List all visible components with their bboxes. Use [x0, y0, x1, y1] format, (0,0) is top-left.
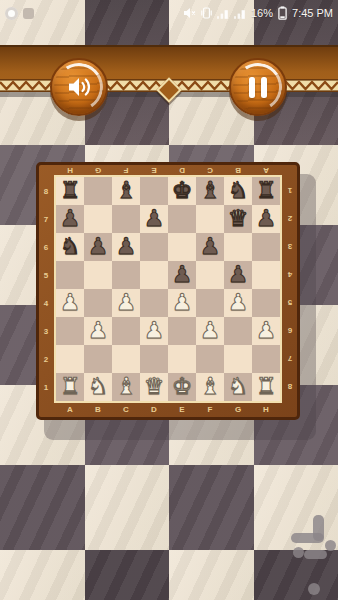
square-h1[interactable]: ♜	[252, 373, 280, 401]
piece-white-queen: ♛	[144, 375, 165, 398]
square-g5[interactable]: ♟	[224, 261, 252, 289]
watermark-logo	[325, 540, 336, 551]
piece-white-pawn: ♟	[144, 319, 165, 342]
piece-black-pawn: ♟	[116, 235, 137, 258]
square-c8[interactable]: ♝	[112, 177, 140, 205]
square-g8[interactable]: ♞	[224, 177, 252, 205]
square-a1[interactable]: ♜	[56, 373, 84, 401]
coord-label: A	[56, 404, 84, 415]
piece-white-knight: ♞	[228, 375, 249, 398]
square-b1[interactable]: ♞	[84, 373, 112, 401]
piece-black-bishop: ♝	[116, 179, 137, 202]
coord-label: 5	[39, 261, 53, 289]
signal-icon	[217, 8, 229, 19]
square-h2[interactable]	[252, 345, 280, 373]
square-a5[interactable]	[56, 261, 84, 289]
square-g6[interactable]	[224, 233, 252, 261]
coord-label: 3	[283, 233, 297, 261]
coord-label: G	[224, 404, 252, 415]
floor-tile-light	[169, 550, 254, 600]
piece-black-pawn: ♟	[88, 235, 109, 258]
coord-label: D	[140, 404, 168, 415]
signal-icon	[234, 8, 246, 19]
square-b7[interactable]	[84, 205, 112, 233]
watermark-logo	[308, 583, 320, 595]
piece-black-bishop: ♝	[200, 179, 221, 202]
piece-black-pawn: ♟	[144, 207, 165, 230]
square-h7[interactable]: ♟	[252, 205, 280, 233]
piece-white-pawn: ♟	[228, 291, 249, 314]
piece-black-knight: ♞	[60, 235, 81, 258]
pause-button[interactable]	[229, 58, 287, 116]
rank-labels-right: 87654321	[283, 177, 297, 401]
coord-label: 8	[283, 373, 297, 401]
square-b3[interactable]: ♟	[84, 317, 112, 345]
square-d7[interactable]: ♟	[140, 205, 168, 233]
square-d2[interactable]	[140, 345, 168, 373]
square-e5[interactable]: ♟	[168, 261, 196, 289]
status-bar: 16% 7:45 PM	[0, 0, 338, 26]
square-d4[interactable]	[140, 289, 168, 317]
square-g3[interactable]	[224, 317, 252, 345]
floor-tile-dark	[0, 465, 85, 550]
coord-label: 1	[39, 373, 53, 401]
pause-icon	[261, 77, 267, 98]
piece-black-queen: ♛	[228, 207, 249, 230]
floor-tile-light	[0, 550, 85, 600]
square-d5[interactable]	[140, 261, 168, 289]
square-g7[interactable]: ♛	[224, 205, 252, 233]
piece-black-king: ♚	[172, 179, 193, 202]
coord-label: E	[168, 404, 196, 415]
square-a3[interactable]	[56, 317, 84, 345]
pause-icon	[249, 77, 255, 98]
square-e3[interactable]	[168, 317, 196, 345]
square-f6[interactable]: ♟	[196, 233, 224, 261]
square-f4[interactable]	[196, 289, 224, 317]
piece-black-rook: ♜	[60, 179, 81, 202]
notification-app-icon	[23, 8, 34, 19]
piece-white-pawn: ♟	[60, 291, 81, 314]
square-f8[interactable]: ♝	[196, 177, 224, 205]
floor-tile-dark	[169, 465, 254, 550]
piece-white-pawn: ♟	[200, 319, 221, 342]
square-c3[interactable]	[112, 317, 140, 345]
square-h8[interactable]: ♜	[252, 177, 280, 205]
square-h6[interactable]	[252, 233, 280, 261]
watermark-logo	[293, 547, 304, 558]
coord-label: 2	[39, 345, 53, 373]
square-c1[interactable]: ♝	[112, 373, 140, 401]
piece-white-bishop: ♝	[200, 375, 221, 398]
square-g1[interactable]: ♞	[224, 373, 252, 401]
square-h3[interactable]: ♟	[252, 317, 280, 345]
square-e1[interactable]: ♚	[168, 373, 196, 401]
coord-label: 1	[283, 177, 297, 205]
file-labels-bottom: ABCDEFGH	[56, 404, 280, 415]
square-c7[interactable]	[112, 205, 140, 233]
square-a4[interactable]: ♟	[56, 289, 84, 317]
square-b4[interactable]	[84, 289, 112, 317]
piece-white-pawn: ♟	[88, 319, 109, 342]
coord-label: 8	[39, 177, 53, 205]
piece-black-pawn: ♟	[256, 207, 277, 230]
watermark-logo	[313, 515, 324, 541]
squares-grid: ♜♝♚♝♞♜♟♟♛♟♞♟♟♟♟♟♟♟♟♟♟♟♟♟♜♞♝♛♚♝♞♜	[54, 175, 282, 403]
square-f7[interactable]	[196, 205, 224, 233]
piece-white-king: ♚	[172, 375, 193, 398]
coord-label: 4	[283, 261, 297, 289]
square-e2[interactable]	[168, 345, 196, 373]
square-e8[interactable]: ♚	[168, 177, 196, 205]
piece-white-knight: ♞	[88, 375, 109, 398]
coord-label: 6	[283, 317, 297, 345]
square-d8[interactable]	[140, 177, 168, 205]
coord-label: 7	[39, 205, 53, 233]
square-d1[interactable]: ♛	[140, 373, 168, 401]
app-screen: 16% 7:45 PM ABCDEFGH AB	[0, 0, 338, 600]
square-a6[interactable]: ♞	[56, 233, 84, 261]
coord-label: B	[84, 404, 112, 415]
status-notifications	[5, 7, 34, 20]
coord-label: 3	[39, 317, 53, 345]
battery-icon	[278, 6, 287, 20]
piece-black-rook: ♜	[256, 179, 277, 202]
watermark-logo	[304, 550, 327, 559]
rank-labels-left: 87654321	[39, 177, 53, 401]
status-indicators: 16% 7:45 PM	[183, 6, 333, 20]
square-g4[interactable]: ♟	[224, 289, 252, 317]
vibrate-icon	[201, 7, 212, 19]
floor-tile-light	[85, 465, 170, 550]
square-b2[interactable]	[84, 345, 112, 373]
square-f2[interactable]	[196, 345, 224, 373]
square-d3[interactable]: ♟	[140, 317, 168, 345]
piece-white-rook: ♜	[256, 375, 277, 398]
square-c5[interactable]	[112, 261, 140, 289]
square-b5[interactable]	[84, 261, 112, 289]
coord-label: H	[252, 404, 280, 415]
piece-white-pawn: ♟	[256, 319, 277, 342]
tile-row	[0, 550, 338, 600]
piece-white-bishop: ♝	[116, 375, 137, 398]
notification-badge-icon	[5, 7, 18, 20]
square-h4[interactable]	[252, 289, 280, 317]
square-d6[interactable]	[140, 233, 168, 261]
square-h5[interactable]	[252, 261, 280, 289]
chess-board: ABCDEFGH ABCDEFGH 87654321 87654321 ♜♝♚♝…	[36, 162, 300, 420]
coord-label: 4	[39, 289, 53, 317]
square-f3[interactable]: ♟	[196, 317, 224, 345]
piece-black-pawn: ♟	[228, 263, 249, 286]
coord-label: C	[112, 404, 140, 415]
square-b8[interactable]	[84, 177, 112, 205]
square-a8[interactable]: ♜	[56, 177, 84, 205]
coord-label: F	[196, 404, 224, 415]
piece-white-rook: ♜	[60, 375, 81, 398]
square-b6[interactable]: ♟	[84, 233, 112, 261]
volume-muted-icon	[183, 7, 196, 19]
floor-tile-dark	[85, 550, 170, 600]
piece-black-pawn: ♟	[172, 263, 193, 286]
piece-black-knight: ♞	[228, 179, 249, 202]
square-c2[interactable]	[112, 345, 140, 373]
square-g2[interactable]	[224, 345, 252, 373]
piece-white-pawn: ♟	[116, 291, 137, 314]
square-f1[interactable]: ♝	[196, 373, 224, 401]
square-e4[interactable]: ♟	[168, 289, 196, 317]
piece-black-pawn: ♟	[60, 207, 81, 230]
square-c6[interactable]: ♟	[112, 233, 140, 261]
clock-text: 7:45 PM	[292, 7, 333, 19]
sound-button[interactable]	[50, 58, 108, 116]
square-c4[interactable]: ♟	[112, 289, 140, 317]
square-f5[interactable]	[196, 261, 224, 289]
square-e6[interactable]	[168, 233, 196, 261]
coord-label: 2	[283, 205, 297, 233]
piece-white-pawn: ♟	[172, 291, 193, 314]
tile-row	[0, 465, 338, 550]
square-a7[interactable]: ♟	[56, 205, 84, 233]
square-a2[interactable]	[56, 345, 84, 373]
coord-label: 7	[283, 345, 297, 373]
speaker-icon	[66, 75, 92, 99]
coord-label: 6	[39, 233, 53, 261]
square-e7[interactable]	[168, 205, 196, 233]
coord-label: 5	[283, 289, 297, 317]
battery-percent: 16%	[251, 7, 273, 19]
piece-black-pawn: ♟	[200, 235, 221, 258]
